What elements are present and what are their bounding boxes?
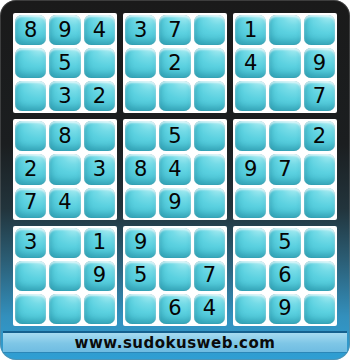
cell-r8c2[interactable] <box>49 261 80 291</box>
cell-r4c3[interactable] <box>84 121 115 151</box>
cell-r8c1[interactable] <box>15 261 46 291</box>
cell-r1c9[interactable] <box>304 15 335 45</box>
cell-r1c6[interactable] <box>194 15 225 45</box>
cell-r3c4[interactable] <box>125 81 156 111</box>
cell-r3c5[interactable] <box>159 81 190 111</box>
cell-r9c3[interactable] <box>84 294 115 324</box>
block-middle-right: 297 <box>233 119 337 219</box>
cell-r1c7[interactable]: 1 <box>235 15 266 45</box>
cell-r5c5[interactable]: 4 <box>159 154 190 184</box>
cell-r4c7[interactable] <box>235 121 266 151</box>
cell-r7c4[interactable]: 9 <box>125 228 156 258</box>
cell-r5c7[interactable]: 9 <box>235 154 266 184</box>
block-top-right: 1497 <box>233 13 337 113</box>
cell-r2c5[interactable]: 2 <box>159 48 190 78</box>
cell-r3c7[interactable] <box>235 81 266 111</box>
cell-r5c6[interactable] <box>194 154 225 184</box>
cell-r2c6[interactable] <box>194 48 225 78</box>
sudoku-board: 894532 372 1497 82374 5849 297 319 95764… <box>13 13 337 326</box>
cell-r4c9[interactable]: 2 <box>304 121 335 151</box>
cell-r1c3[interactable]: 4 <box>84 15 115 45</box>
cell-r8c6[interactable]: 7 <box>194 261 225 291</box>
footer-band: www.sudokusweb.com <box>3 331 347 353</box>
block-bottom-center: 95764 <box>123 226 227 326</box>
cell-r6c2[interactable]: 4 <box>49 188 80 218</box>
sudoku-widget: 894532 372 1497 82374 5849 297 319 95764… <box>0 0 350 360</box>
cell-r4c2[interactable]: 8 <box>49 121 80 151</box>
cell-r1c4[interactable]: 3 <box>125 15 156 45</box>
block-middle-left: 82374 <box>13 119 117 219</box>
cell-r4c5[interactable]: 5 <box>159 121 190 151</box>
cell-r3c3[interactable]: 2 <box>84 81 115 111</box>
cell-r7c3[interactable]: 1 <box>84 228 115 258</box>
cell-r1c1[interactable]: 8 <box>15 15 46 45</box>
cell-r8c3[interactable]: 9 <box>84 261 115 291</box>
cell-r3c8[interactable] <box>269 81 300 111</box>
cell-r7c7[interactable] <box>235 228 266 258</box>
cell-r6c5[interactable]: 9 <box>159 188 190 218</box>
cell-r6c9[interactable] <box>304 188 335 218</box>
cell-r6c1[interactable]: 7 <box>15 188 46 218</box>
cell-r7c5[interactable] <box>159 228 190 258</box>
cell-r9c2[interactable] <box>49 294 80 324</box>
cell-r7c9[interactable] <box>304 228 335 258</box>
block-middle-center: 5849 <box>123 119 227 219</box>
cell-r9c6[interactable]: 4 <box>194 294 225 324</box>
cell-r8c5[interactable] <box>159 261 190 291</box>
cell-r4c8[interactable] <box>269 121 300 151</box>
cell-r2c8[interactable] <box>269 48 300 78</box>
cell-r5c1[interactable]: 2 <box>15 154 46 184</box>
cell-r8c8[interactable]: 6 <box>269 261 300 291</box>
cell-r1c2[interactable]: 9 <box>49 15 80 45</box>
cell-r3c9[interactable]: 7 <box>304 81 335 111</box>
cell-r4c6[interactable] <box>194 121 225 151</box>
cell-r6c3[interactable] <box>84 188 115 218</box>
cell-r3c2[interactable]: 3 <box>49 81 80 111</box>
block-bottom-right: 569 <box>233 226 337 326</box>
cell-r9c9[interactable] <box>304 294 335 324</box>
cell-r5c9[interactable] <box>304 154 335 184</box>
cell-r7c8[interactable]: 5 <box>269 228 300 258</box>
cell-r2c2[interactable]: 5 <box>49 48 80 78</box>
block-top-center: 372 <box>123 13 227 113</box>
cell-r9c7[interactable] <box>235 294 266 324</box>
cell-r7c1[interactable]: 3 <box>15 228 46 258</box>
cell-r9c5[interactable]: 6 <box>159 294 190 324</box>
cell-r2c9[interactable]: 9 <box>304 48 335 78</box>
block-bottom-left: 319 <box>13 226 117 326</box>
cell-r6c6[interactable] <box>194 188 225 218</box>
cell-r5c4[interactable]: 8 <box>125 154 156 184</box>
cell-r4c1[interactable] <box>15 121 46 151</box>
cell-r5c8[interactable]: 7 <box>269 154 300 184</box>
cell-r7c2[interactable] <box>49 228 80 258</box>
cell-r3c6[interactable] <box>194 81 225 111</box>
cell-r9c4[interactable] <box>125 294 156 324</box>
site-link[interactable]: www.sudokusweb.com <box>75 334 276 352</box>
block-top-left: 894532 <box>13 13 117 113</box>
cell-r8c7[interactable] <box>235 261 266 291</box>
cell-r8c4[interactable]: 5 <box>125 261 156 291</box>
cell-r6c4[interactable] <box>125 188 156 218</box>
cell-r9c8[interactable]: 9 <box>269 294 300 324</box>
cell-r8c9[interactable] <box>304 261 335 291</box>
cell-r2c4[interactable] <box>125 48 156 78</box>
cell-r6c7[interactable] <box>235 188 266 218</box>
cell-r2c3[interactable] <box>84 48 115 78</box>
cell-r6c8[interactable] <box>269 188 300 218</box>
cell-r5c2[interactable] <box>49 154 80 184</box>
cell-r1c8[interactable] <box>269 15 300 45</box>
cell-r7c6[interactable] <box>194 228 225 258</box>
cell-r2c7[interactable]: 4 <box>235 48 266 78</box>
cell-r4c4[interactable] <box>125 121 156 151</box>
cell-r9c1[interactable] <box>15 294 46 324</box>
cell-r1c5[interactable]: 7 <box>159 15 190 45</box>
cell-r5c3[interactable]: 3 <box>84 154 115 184</box>
cell-r2c1[interactable] <box>15 48 46 78</box>
cell-r3c1[interactable] <box>15 81 46 111</box>
